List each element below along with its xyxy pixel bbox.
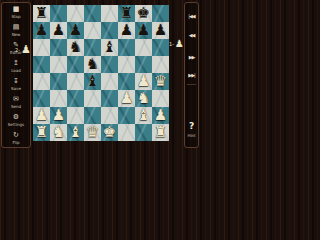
black-rook-piece: ♜ <box>33 5 50 22</box>
square-b7[interactable]: ♟ <box>50 22 67 39</box>
square-a4[interactable] <box>33 73 50 90</box>
square-f8[interactable]: ♜ <box>118 5 135 22</box>
square-g4[interactable]: ♟ <box>135 73 152 90</box>
square-f1[interactable] <box>118 124 135 141</box>
left-toolbar: ■ Stop ▤ New ✎ Editor ↥ Load ↧ Save ✉ Se… <box>1 2 31 148</box>
square-h5[interactable] <box>152 56 169 73</box>
send-button[interactable]: ✉ Send <box>2 96 30 109</box>
square-e5[interactable] <box>101 56 118 73</box>
load-icon: ↥ <box>13 60 19 68</box>
white-knight-piece: ♞ <box>50 124 67 141</box>
square-d8[interactable] <box>84 5 101 22</box>
flip-board-label: Flip <box>12 141 19 145</box>
square-h8[interactable] <box>152 5 169 22</box>
captured-count-left: 2- <box>15 47 20 53</box>
square-b1[interactable]: ♞ <box>50 124 67 141</box>
save-label: Save <box>11 87 21 91</box>
load-button[interactable]: ↥ Load <box>2 60 30 73</box>
square-c8[interactable] <box>67 5 84 22</box>
black-pawn-piece: ♟ <box>50 22 67 39</box>
captured-material-badge-left: 2- ♟ <box>15 44 31 55</box>
white-bishop-piece: ♝ <box>135 107 152 124</box>
square-d7[interactable] <box>84 22 101 39</box>
square-c5[interactable] <box>67 56 84 73</box>
square-g8[interactable]: ♚ <box>135 5 152 22</box>
white-bishop-piece: ♝ <box>67 124 84 141</box>
square-b6[interactable] <box>50 39 67 56</box>
square-g1[interactable] <box>135 124 152 141</box>
square-f7[interactable]: ♟ <box>118 22 135 39</box>
send-label: Send <box>11 105 21 109</box>
square-e1[interactable]: ♚ <box>101 124 118 141</box>
square-a6[interactable] <box>33 39 50 56</box>
white-rook-piece: ♜ <box>33 124 50 141</box>
black-king-piece: ♚ <box>135 5 152 22</box>
square-e6[interactable]: ♝ <box>101 39 118 56</box>
square-d3[interactable] <box>84 90 101 107</box>
step-forward-button[interactable]: ▶▶ <box>185 54 198 60</box>
white-king-piece: ♚ <box>101 124 118 141</box>
square-b3[interactable] <box>50 90 67 107</box>
black-bishop-piece: ♝ <box>101 39 118 56</box>
square-h4[interactable]: ♛ <box>152 73 169 90</box>
new-game-label: New <box>12 33 21 37</box>
load-label: Load <box>11 69 21 73</box>
hint-label: Hint <box>185 133 198 138</box>
right-toolbar: |◀◀ ◀◀ ▶▶ ▶▶| ? Hint <box>184 2 199 148</box>
black-bishop-piece: ♝ <box>84 73 101 90</box>
flip-board-button[interactable]: ↻ Flip <box>2 132 30 145</box>
square-c3[interactable] <box>67 90 84 107</box>
white-queen-piece: ♛ <box>152 73 169 90</box>
stop-icon: ■ <box>13 6 20 14</box>
square-h2[interactable]: ♟ <box>152 107 169 124</box>
black-knight-piece: ♞ <box>67 39 84 56</box>
square-c4[interactable] <box>67 73 84 90</box>
square-c7[interactable]: ♟ <box>67 22 84 39</box>
flip-board-icon: ↻ <box>13 132 19 140</box>
square-e2[interactable] <box>101 107 118 124</box>
square-e4[interactable] <box>101 73 118 90</box>
square-b4[interactable] <box>50 73 67 90</box>
white-pawn-piece: ♟ <box>152 107 169 124</box>
black-pawn-piece: ♟ <box>33 22 50 39</box>
square-e3[interactable] <box>101 90 118 107</box>
square-f3[interactable]: ♟ <box>118 90 135 107</box>
save-icon: ↧ <box>13 78 19 86</box>
square-e8[interactable] <box>101 5 118 22</box>
black-pawn-piece: ♟ <box>135 22 152 39</box>
square-a1[interactable]: ♜ <box>33 124 50 141</box>
square-g7[interactable]: ♟ <box>135 22 152 39</box>
go-to-end-button[interactable]: ▶▶| <box>185 72 198 78</box>
step-back-button[interactable]: ◀◀ <box>185 32 198 38</box>
square-a8[interactable]: ♜ <box>33 5 50 22</box>
black-pawn-piece: ♟ <box>152 22 169 39</box>
square-d5[interactable]: ♞ <box>84 56 101 73</box>
white-pawn-piece: ♟ <box>118 90 135 107</box>
square-h1[interactable]: ♜ <box>152 124 169 141</box>
square-g5[interactable] <box>135 56 152 73</box>
pawn-icon: ♟ <box>21 44 31 55</box>
black-pawn-piece: ♟ <box>118 22 135 39</box>
stop-button[interactable]: ■ Stop <box>2 6 30 19</box>
hint-button[interactable]: ? <box>185 121 198 131</box>
square-a3[interactable] <box>33 90 50 107</box>
square-d4[interactable]: ♝ <box>84 73 101 90</box>
new-game-button[interactable]: ▤ New <box>2 24 30 37</box>
square-b8[interactable] <box>50 5 67 22</box>
go-to-start-button[interactable]: |◀◀ <box>185 13 198 19</box>
white-knight-piece: ♞ <box>135 90 152 107</box>
settings-label: Settings <box>8 123 24 127</box>
square-b2[interactable]: ♟ <box>50 107 67 124</box>
white-pawn-piece: ♟ <box>135 73 152 90</box>
square-h3[interactable] <box>152 90 169 107</box>
square-f4[interactable] <box>118 73 135 90</box>
stop-label: Stop <box>11 15 20 19</box>
square-b5[interactable] <box>50 56 67 73</box>
white-rook-piece: ♜ <box>152 124 169 141</box>
save-button[interactable]: ↧ Save <box>2 78 30 91</box>
new-game-icon: ▤ <box>13 24 20 32</box>
black-rook-piece: ♜ <box>118 5 135 22</box>
square-g2[interactable]: ♝ <box>135 107 152 124</box>
captured-count-right: 1- <box>169 41 174 47</box>
square-a2[interactable]: ♟ <box>33 107 50 124</box>
white-pawn-piece: ♟ <box>50 107 67 124</box>
square-d2[interactable] <box>84 107 101 124</box>
square-h6[interactable] <box>152 39 169 56</box>
black-knight-piece: ♞ <box>84 56 101 73</box>
settings-button[interactable]: ⚙ Settings <box>2 114 30 127</box>
square-f5[interactable] <box>118 56 135 73</box>
square-e7[interactable] <box>101 22 118 39</box>
square-d1[interactable]: ♛ <box>84 124 101 141</box>
pawn-icon: ♟ <box>175 39 184 49</box>
square-h7[interactable]: ♟ <box>152 22 169 39</box>
square-c6[interactable]: ♞ <box>67 39 84 56</box>
divider <box>187 84 196 85</box>
chess-board[interactable]: ♜♜♚♟♟♟♟♟♟♞♝♞♝♟♛♟♞♟♟♝♟♜♞♝♛♚♜ <box>33 5 169 141</box>
square-d6[interactable] <box>84 39 101 56</box>
square-a7[interactable]: ♟ <box>33 22 50 39</box>
send-icon: ✉ <box>13 96 19 104</box>
square-c1[interactable]: ♝ <box>67 124 84 141</box>
square-g3[interactable]: ♞ <box>135 90 152 107</box>
settings-icon: ⚙ <box>13 114 19 122</box>
captured-material-badge-right: 1- ♟ <box>169 39 184 49</box>
square-f6[interactable] <box>118 39 135 56</box>
square-c2[interactable] <box>67 107 84 124</box>
black-pawn-piece: ♟ <box>67 22 84 39</box>
square-a5[interactable] <box>33 56 50 73</box>
white-queen-piece: ♛ <box>84 124 101 141</box>
square-f2[interactable] <box>118 107 135 124</box>
square-g6[interactable] <box>135 39 152 56</box>
white-pawn-piece: ♟ <box>33 107 50 124</box>
